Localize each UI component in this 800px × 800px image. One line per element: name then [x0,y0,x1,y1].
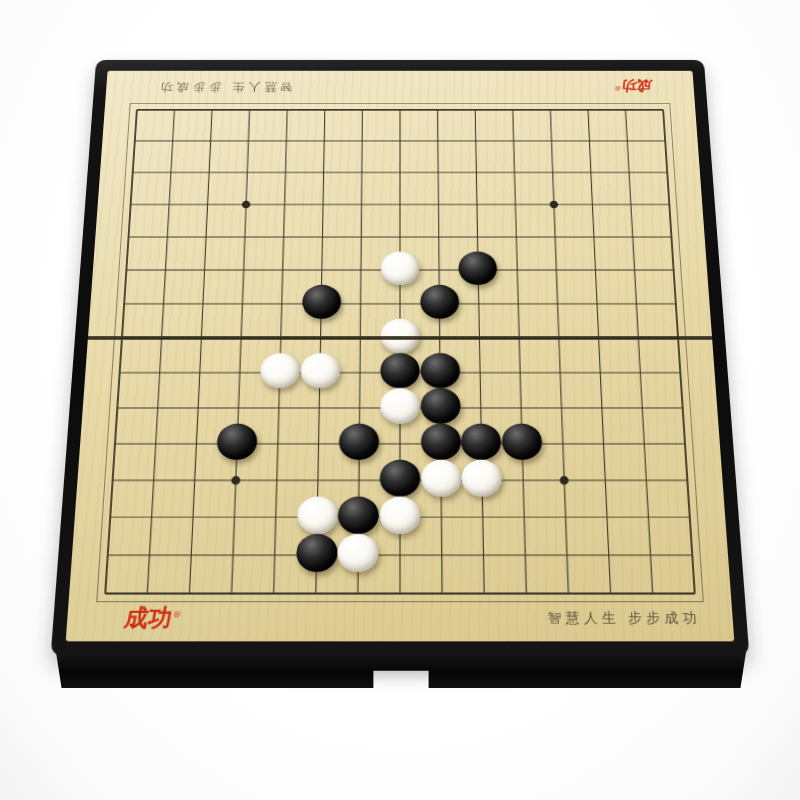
white-stone[interactable] [380,388,420,424]
white-stone[interactable] [421,460,462,497]
white-stone[interactable] [296,497,337,534]
black-stone[interactable] [420,388,460,424]
registered-mark-icon: ® [172,609,182,619]
board-fold-seam [88,336,712,340]
black-stone[interactable] [421,424,461,460]
playing-grid[interactable] [105,110,695,594]
slogan-text-upside-down: 智慧人生 步步成功 [157,79,293,94]
black-stone[interactable] [461,424,502,460]
white-stone[interactable] [380,497,421,534]
go-board-frame: 智慧人生 步步成功 成功® 成功® 智慧人生 步步成功 [51,60,750,656]
black-stone[interactable] [380,353,419,388]
white-stone[interactable] [462,460,503,497]
black-stone[interactable] [420,353,460,388]
slogan-text: 智慧人生 步步成功 [547,609,701,629]
black-stone[interactable] [216,424,257,460]
white-stone[interactable] [338,534,379,572]
brand-logo-upside-down: 成功® [614,76,653,94]
board-wood-surface[interactable]: 智慧人生 步步成功 成功® 成功® 智慧人生 步步成功 [66,71,735,642]
black-stone[interactable] [459,252,498,285]
white-stone[interactable] [300,353,340,388]
stones-layer [105,110,695,594]
black-stone[interactable] [502,424,543,460]
black-stone[interactable] [380,460,420,497]
black-stone[interactable] [420,285,459,319]
brand-logo: 成功® [122,602,184,635]
black-stone[interactable] [296,534,338,572]
black-stone[interactable] [301,285,340,319]
registered-mark-icon: ® [614,85,622,93]
black-stone[interactable] [339,424,379,460]
black-stone[interactable] [338,497,379,534]
white-stone[interactable] [381,252,420,285]
product-photo: 智慧人生 步步成功 成功® 成功® 智慧人生 步步成功 [0,0,800,800]
white-stone[interactable] [260,353,300,388]
